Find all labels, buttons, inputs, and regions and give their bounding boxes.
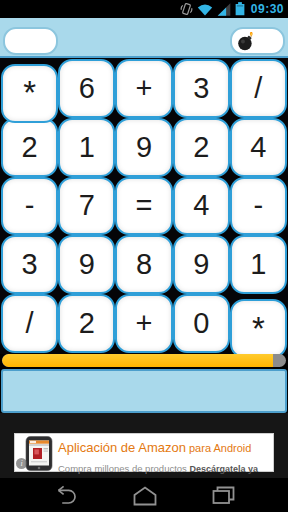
ad-text: Aplicación de Amazon para Android Compra… [58,437,272,477]
grid-cell[interactable]: - [230,177,287,236]
ad-subtitle: Compra millones de productos [58,463,189,474]
grid-cell[interactable]: 2 [173,118,230,177]
grid-cell[interactable]: 8 [115,235,172,294]
game-header [0,18,288,58]
bomb-button[interactable] [230,27,285,55]
grid-cell[interactable]: 6 [58,59,115,118]
grid-cell[interactable]: 3 [1,235,58,294]
puzzle-grid: *6+3/21924-7=4-39891/2+0* [1,59,287,353]
bomb-icon [237,32,256,51]
grid-cell[interactable]: 1 [230,235,287,294]
grid-cell[interactable]: 9 [173,235,230,294]
wifi-icon [197,3,213,16]
grid-cell[interactable]: 9 [58,235,115,294]
score-display [3,27,58,55]
grid-cell[interactable]: 3 [173,59,230,118]
equation-panel [1,369,287,413]
vibrate-icon [180,2,193,16]
grid-cell[interactable]: / [1,294,58,353]
signal-icon [217,3,231,16]
ad-banner[interactable]: Aplicación de Amazon para Android Compra… [14,433,274,472]
timer-progress-track [2,354,286,367]
grid-cell[interactable]: 2 [1,118,58,177]
puzzle-grid-background: *6+3/21924-7=4-39891/2+0* [0,58,288,354]
status-bar: 09:30 [0,0,288,18]
grid-cell[interactable]: 9 [115,118,172,177]
grid-cell[interactable]: / [230,59,287,118]
battery-icon [235,2,245,16]
grid-cell[interactable]: 7 [58,177,115,236]
grid-cell[interactable]: 0 [173,294,230,353]
ad-cta[interactable]: Descárgatela ya [189,464,258,474]
grid-cell[interactable]: = [115,177,172,236]
amazon-app-phone-icon [22,436,56,471]
grid-cell[interactable]: 1 [58,118,115,177]
ad-region: Aplicación de Amazon para Android Compra… [0,413,288,478]
ad-title: Aplicación de Amazon [58,440,186,455]
back-icon[interactable] [52,485,78,506]
grid-cell[interactable]: + [115,294,172,353]
phone-screen: 09:30 *6+3/21924-7=4-39891/2+0* [0,0,288,512]
recents-icon[interactable] [211,485,236,506]
grid-cell[interactable]: 2 [58,294,115,353]
timer-progress-fill [2,354,273,367]
grid-cell[interactable]: - [1,177,58,236]
grid-cell[interactable]: + [115,59,172,118]
ad-title-suffix: para Android [186,442,251,454]
android-nav-bar [0,478,288,512]
ad-info-icon[interactable]: i [16,458,27,469]
grid-cell[interactable]: * [1,64,58,123]
grid-cell[interactable]: 4 [230,118,287,177]
grid-cell[interactable]: * [230,299,287,358]
home-icon[interactable] [131,485,159,506]
grid-cell[interactable]: 4 [173,177,230,236]
clock: 09:30 [251,2,284,16]
